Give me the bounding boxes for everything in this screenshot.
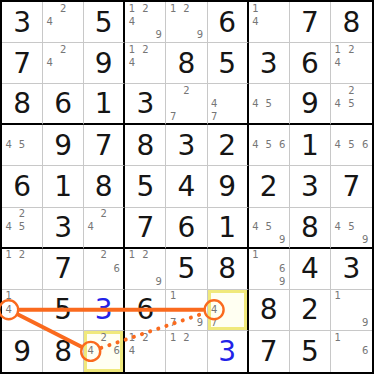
cell-r5c6[interactable]: 9: [208, 166, 249, 207]
cell-r2c4[interactable]: 124: [125, 43, 166, 84]
given-value: 5: [166, 249, 206, 289]
given-value: 8: [290, 208, 330, 247]
cell-r7c7[interactable]: 169: [249, 249, 290, 290]
given-value: 9: [290, 84, 330, 123]
cell-r3c7[interactable]: 45: [249, 84, 290, 125]
cell-r4c7[interactable]: 456: [249, 125, 290, 166]
given-value: 3: [331, 249, 372, 289]
candidate-4: 4: [43, 15, 56, 28]
cell-r1c3[interactable]: 5: [84, 2, 125, 43]
candidate-1: 1: [125, 249, 138, 262]
candidate-2: 2: [139, 249, 152, 262]
candidate-4: 4: [84, 221, 97, 234]
candidate-1: 1: [2, 290, 15, 303]
pencil-marks: 24: [84, 208, 123, 247]
candidate-2: 2: [15, 208, 28, 221]
cell-r7c4[interactable]: 129: [125, 249, 166, 290]
given-value: 7: [125, 208, 165, 247]
candidate-2: 2: [56, 43, 69, 56]
given-value: 5: [84, 2, 123, 42]
given-value: 9: [208, 166, 247, 206]
cell-r5c9[interactable]: 7: [331, 166, 372, 207]
cell-r5c2[interactable]: 1: [43, 166, 84, 207]
cell-r8c5[interactable]: 179: [166, 290, 207, 331]
candidate-2: 2: [139, 43, 152, 56]
candidate-5: 5: [262, 139, 275, 152]
cell-r9c1[interactable]: 9: [2, 331, 43, 372]
candidate-5: 5: [15, 221, 28, 234]
cell-r8c6[interactable]: 47: [208, 290, 249, 331]
pencil-marks: 124: [125, 43, 165, 83]
cell-r3c8[interactable]: 9: [290, 84, 331, 125]
pencil-marks: 12: [166, 331, 206, 372]
pencil-marks: 245: [2, 208, 42, 247]
cell-r4c5[interactable]: 3: [166, 125, 207, 166]
cell-r9c8[interactable]: 5: [290, 331, 331, 372]
candidate-4: 4: [2, 221, 15, 234]
cell-r6c3[interactable]: 24: [84, 208, 125, 249]
cell-r2c9[interactable]: 124: [331, 43, 372, 84]
given-value: 7: [43, 249, 83, 289]
candidate-5: 5: [262, 221, 275, 234]
pencil-marks: 179: [166, 290, 206, 330]
pencil-marks: 169: [249, 249, 289, 289]
cell-r3c4[interactable]: 3: [125, 84, 166, 125]
cell-r5c5[interactable]: 4: [166, 166, 207, 207]
cell-r7c6[interactable]: 8: [208, 249, 249, 290]
pencil-marks: 459: [249, 208, 289, 247]
given-value: 8: [43, 331, 83, 372]
cell-r4c4[interactable]: 8: [125, 125, 166, 166]
candidate-5: 5: [345, 97, 359, 110]
pencil-marks: 246: [84, 331, 123, 372]
cell-r1c9[interactable]: 8: [331, 2, 372, 43]
cell-r9c5[interactable]: 12: [166, 331, 207, 372]
candidate-4: 4: [331, 139, 345, 152]
given-value: 8: [208, 249, 247, 289]
given-value: 8: [166, 43, 206, 83]
candidate-7: 7: [208, 317, 221, 330]
candidate-1: 1: [166, 290, 179, 303]
given-value: 4: [290, 249, 330, 289]
candidate-4: 4: [331, 97, 345, 110]
pencil-marks: 129: [125, 249, 165, 289]
given-value: 1: [84, 84, 123, 123]
pencil-marks: 45: [2, 125, 42, 165]
cell-r8c4[interactable]: 6: [125, 290, 166, 331]
cell-r7c1[interactable]: 12: [2, 249, 43, 290]
cell-r6c8[interactable]: 8: [290, 208, 331, 249]
pencil-marks: 24: [43, 2, 83, 42]
candidate-9: 9: [358, 317, 372, 330]
candidate-6: 6: [358, 345, 372, 359]
cell-r4c2[interactable]: 9: [43, 125, 84, 166]
given-value: 8: [125, 125, 165, 165]
candidate-5: 5: [262, 97, 275, 110]
candidate-2: 2: [139, 2, 152, 15]
pencil-marks: 27: [166, 84, 206, 123]
given-value: 7: [2, 43, 42, 83]
candidate-6: 6: [110, 345, 123, 359]
candidate-4: 4: [2, 303, 15, 316]
given-value: 7: [331, 166, 372, 206]
cell-r2c7[interactable]: 3: [249, 43, 290, 84]
given-value: 6: [2, 166, 42, 206]
given-value: 6: [125, 290, 165, 330]
given-value: 7: [84, 125, 123, 165]
given-value: 1: [43, 166, 83, 206]
given-value: 3: [43, 208, 83, 247]
cell-r2c8[interactable]: 6: [290, 43, 331, 84]
pencil-marks: 124: [331, 43, 372, 83]
candidate-1: 1: [331, 331, 345, 345]
candidate-1: 1: [125, 2, 138, 15]
cell-r7c9[interactable]: 3: [331, 249, 372, 290]
pencil-marks: 47: [208, 84, 247, 123]
pencil-marks: 47: [208, 290, 247, 330]
cell-r8c1[interactable]: 14: [2, 290, 43, 331]
cell-r6c5[interactable]: 6: [166, 208, 207, 249]
cell-r2c3[interactable]: 9: [84, 43, 125, 84]
cell-r1c2[interactable]: 24: [43, 2, 84, 43]
pencil-marks: 14: [249, 2, 289, 42]
cell-r9c4[interactable]: 124: [125, 331, 166, 372]
cell-r1c8[interactable]: 7: [290, 2, 331, 43]
candidate-5: 5: [345, 221, 359, 234]
cell-r2c1[interactable]: 7: [2, 43, 43, 84]
candidate-4: 4: [208, 303, 221, 316]
candidate-4: 4: [125, 15, 138, 28]
candidate-4: 4: [249, 221, 262, 234]
candidate-2: 2: [15, 249, 28, 262]
candidate-7: 7: [166, 317, 179, 330]
cell-r9c9[interactable]: 16: [331, 331, 372, 372]
given-value: 3: [125, 84, 165, 123]
candidate-4: 4: [249, 139, 262, 152]
pencil-marks: 24: [43, 43, 83, 83]
cell-r7c5[interactable]: 5: [166, 249, 207, 290]
cell-r7c8[interactable]: 4: [290, 249, 331, 290]
cell-r4c6[interactable]: 2: [208, 125, 249, 166]
candidate-1: 1: [331, 290, 345, 303]
candidate-6: 6: [358, 139, 372, 152]
cell-r1c4[interactable]: 1249: [125, 2, 166, 43]
cell-r4c1[interactable]: 45: [2, 125, 43, 166]
cell-r6c9[interactable]: 459: [331, 208, 372, 249]
candidate-1: 1: [249, 2, 262, 15]
candidate-9: 9: [152, 275, 165, 288]
cell-r3c6[interactable]: 47: [208, 84, 249, 125]
candidate-2: 2: [345, 43, 359, 56]
pencil-marks: 245: [331, 84, 372, 123]
given-value: 3: [290, 166, 330, 206]
cell-r5c1[interactable]: 6: [2, 166, 43, 207]
candidate-7: 7: [208, 110, 221, 123]
candidate-6: 6: [275, 262, 288, 275]
cell-r8c7[interactable]: 8: [249, 290, 290, 331]
given-value: 5: [290, 331, 330, 372]
cell-r6c1[interactable]: 245: [2, 208, 43, 249]
given-value: 1: [290, 125, 330, 165]
given-value: 8: [331, 2, 372, 42]
cell-r6c4[interactable]: 7: [125, 208, 166, 249]
candidate-4: 4: [84, 345, 97, 359]
cell-r2c5[interactable]: 8: [166, 43, 207, 84]
cell-r8c2[interactable]: 5: [43, 290, 84, 331]
entered-value: 3: [208, 331, 247, 372]
given-value: 6: [290, 43, 330, 83]
candidate-4: 4: [125, 345, 138, 359]
cell-r5c7[interactable]: 2: [249, 166, 290, 207]
given-value: 6: [43, 84, 83, 123]
pencil-marks: 129: [166, 2, 206, 42]
candidate-2: 2: [97, 331, 110, 345]
candidate-4: 4: [331, 56, 345, 69]
cell-r6c6[interactable]: 1: [208, 208, 249, 249]
cell-r8c8[interactable]: 2: [290, 290, 331, 331]
cell-r6c2[interactable]: 3: [43, 208, 84, 249]
cell-r7c3[interactable]: 26: [84, 249, 125, 290]
pencil-marks: 456: [249, 125, 289, 165]
cell-r5c4[interactable]: 5: [125, 166, 166, 207]
cell-r1c5[interactable]: 129: [166, 2, 207, 43]
sudoku-grid: 3245124912961478724912485361248613274745…: [2, 2, 372, 372]
given-value: 7: [249, 331, 289, 372]
candidate-2: 2: [180, 331, 193, 345]
cell-r4c3[interactable]: 7: [84, 125, 125, 166]
pencil-marks: 1249: [125, 2, 165, 42]
given-value: 6: [166, 208, 206, 247]
candidate-9: 9: [275, 234, 288, 247]
given-value: 3: [2, 2, 42, 42]
cell-r4c9[interactable]: 456: [331, 125, 372, 166]
cell-r2c6[interactable]: 5: [208, 43, 249, 84]
candidate-4: 4: [43, 56, 56, 69]
candidate-4: 4: [249, 97, 262, 110]
candidate-6: 6: [275, 139, 288, 152]
candidate-9: 9: [275, 275, 288, 288]
candidate-7: 7: [166, 110, 179, 123]
given-value: 8: [249, 290, 289, 330]
pencil-marks: 19: [331, 290, 372, 330]
given-value: 9: [2, 331, 42, 372]
entered-value: 3: [84, 290, 123, 330]
cell-r6c7[interactable]: 459: [249, 208, 290, 249]
cell-r1c7[interactable]: 14: [249, 2, 290, 43]
cell-r5c3[interactable]: 8: [84, 166, 125, 207]
given-value: 5: [43, 290, 83, 330]
cell-r9c6[interactable]: 3: [208, 331, 249, 372]
candidate-2: 2: [345, 84, 359, 97]
cell-r2c2[interactable]: 24: [43, 43, 84, 84]
candidate-6: 6: [110, 262, 123, 275]
candidate-1: 1: [125, 43, 138, 56]
candidate-9: 9: [193, 29, 206, 42]
candidate-9: 9: [358, 234, 372, 247]
candidate-2: 2: [97, 208, 110, 221]
pencil-marks: 456: [331, 125, 372, 165]
cell-r1c1[interactable]: 3: [2, 2, 43, 43]
given-value: 5: [125, 166, 165, 206]
given-value: 2: [208, 125, 247, 165]
given-value: 8: [84, 166, 123, 206]
cell-r7c2[interactable]: 7: [43, 249, 84, 290]
pencil-marks: 16: [331, 331, 372, 372]
candidate-1: 1: [166, 331, 179, 345]
given-value: 9: [84, 43, 123, 83]
given-value: 2: [249, 166, 289, 206]
cell-r5c8[interactable]: 3: [290, 166, 331, 207]
pencil-marks: 14: [2, 290, 42, 330]
pencil-marks: 459: [331, 208, 372, 247]
cell-r9c2[interactable]: 8: [43, 331, 84, 372]
cell-r8c9[interactable]: 19: [331, 290, 372, 331]
given-value: 4: [166, 166, 206, 206]
pencil-marks: 12: [2, 249, 42, 289]
sudoku-board: 3245124912961478724912485361248613274745…: [0, 0, 374, 374]
candidate-1: 1: [331, 43, 345, 56]
candidate-1: 1: [249, 249, 262, 262]
candidate-2: 2: [180, 84, 193, 97]
pencil-marks: 124: [125, 331, 165, 372]
pencil-marks: 45: [249, 84, 289, 123]
candidate-2: 2: [180, 2, 193, 15]
candidate-4: 4: [2, 139, 15, 152]
cell-r9c7[interactable]: 7: [249, 331, 290, 372]
cell-r4c8[interactable]: 1: [290, 125, 331, 166]
given-value: 1: [208, 208, 247, 247]
given-value: 7: [290, 2, 330, 42]
cell-r3c1[interactable]: 8: [2, 84, 43, 125]
given-value: 2: [290, 290, 330, 330]
candidate-5: 5: [345, 139, 359, 152]
candidate-1: 1: [125, 331, 138, 345]
candidate-2: 2: [139, 331, 152, 345]
candidate-9: 9: [193, 317, 206, 330]
cell-r3c5[interactable]: 27: [166, 84, 207, 125]
cell-r8c3[interactable]: 3: [84, 290, 125, 331]
candidate-4: 4: [208, 97, 221, 110]
cell-r3c3[interactable]: 1: [84, 84, 125, 125]
cell-r3c2[interactable]: 6: [43, 84, 84, 125]
cell-r3c9[interactable]: 245: [331, 84, 372, 125]
candidate-2: 2: [56, 2, 69, 15]
given-value: 3: [249, 43, 289, 83]
given-value: 3: [166, 125, 206, 165]
candidate-4: 4: [249, 15, 262, 28]
given-value: 9: [43, 125, 83, 165]
candidate-9: 9: [152, 29, 165, 42]
candidate-4: 4: [331, 221, 345, 234]
cell-r1c6[interactable]: 6: [208, 2, 249, 43]
candidate-1: 1: [166, 2, 179, 15]
given-value: 6: [208, 2, 247, 42]
candidate-4: 4: [125, 56, 138, 69]
cell-r9c3[interactable]: 246: [84, 331, 125, 372]
given-value: 5: [208, 43, 247, 83]
candidate-2: 2: [97, 249, 110, 262]
given-value: 8: [2, 84, 42, 123]
candidate-1: 1: [2, 249, 15, 262]
pencil-marks: 26: [84, 249, 123, 289]
candidate-5: 5: [15, 139, 28, 152]
